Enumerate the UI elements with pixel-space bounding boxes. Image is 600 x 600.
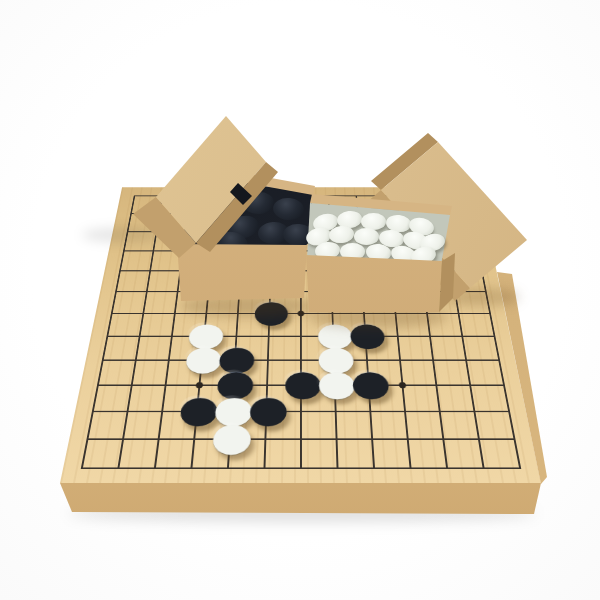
white-stone[interactable]: ● (209, 422, 249, 453)
black-stone[interactable]: ● (350, 370, 388, 398)
white-stone[interactable]: ● (316, 370, 353, 398)
star-point (399, 382, 407, 388)
go-set-photo: ●●●●●●●●●●●●●●● (0, 0, 600, 600)
black-stone[interactable]: ● (177, 395, 217, 424)
white-stone[interactable]: ● (183, 345, 221, 371)
